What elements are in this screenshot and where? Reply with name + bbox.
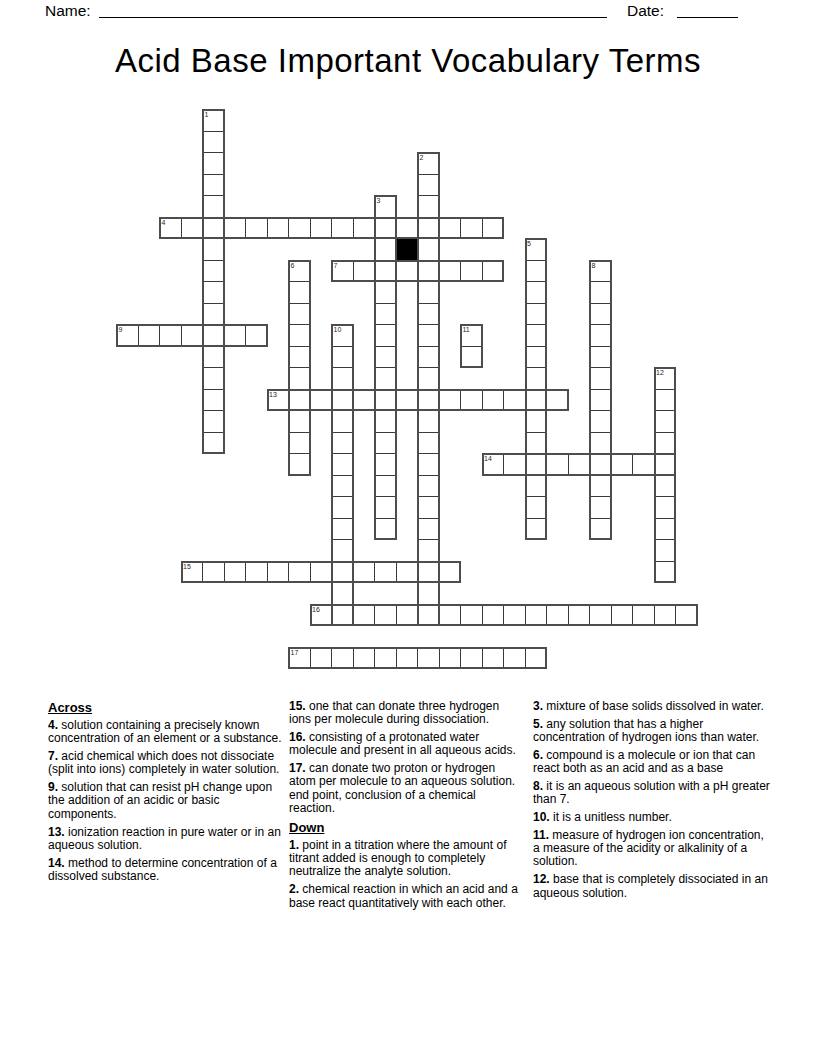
grid-cell[interactable]	[202, 281, 225, 304]
grid-cell[interactable]	[374, 389, 397, 412]
clue-10: 10. it is a unitless number.	[533, 811, 770, 824]
grid-cell[interactable]	[417, 281, 440, 304]
grid-cell[interactable]	[202, 367, 225, 390]
grid-cell[interactable]	[202, 389, 225, 412]
grid-cell[interactable]	[288, 260, 311, 283]
grid-cell[interactable]	[331, 475, 354, 498]
grid-cell[interactable]	[267, 389, 290, 412]
grid-cell[interactable]	[396, 217, 419, 240]
grid-cell[interactable]	[589, 496, 612, 519]
grid-cell[interactable]	[331, 453, 354, 476]
grid-cell[interactable]	[525, 346, 548, 369]
name-label: Name:	[45, 2, 91, 20]
grid-cell[interactable]	[396, 647, 419, 670]
grid-cell[interactable]	[288, 303, 311, 326]
grid-cell[interactable]	[353, 604, 376, 627]
grid-cell[interactable]	[654, 539, 677, 562]
clue-number: 10.	[533, 810, 550, 824]
grid-cell[interactable]	[288, 346, 311, 369]
grid-cell[interactable]	[589, 260, 612, 283]
grid-cell[interactable]	[224, 217, 247, 240]
grid-cell[interactable]	[525, 647, 548, 670]
grid-cell[interactable]	[417, 475, 440, 498]
grid-cell[interactable]	[525, 303, 548, 326]
grid-cell[interactable]	[589, 410, 612, 433]
grid-cell[interactable]	[288, 324, 311, 347]
grid-cell[interactable]	[503, 389, 526, 412]
grid-cell[interactable]	[417, 539, 440, 562]
grid-cell[interactable]	[525, 518, 548, 541]
grid-cell[interactable]	[589, 604, 612, 627]
clue-9: 9. solution that can resist pH change up…	[48, 781, 282, 821]
grid-cell[interactable]	[589, 367, 612, 390]
clue-16: 16. consisting of a protonated water mol…	[289, 731, 519, 758]
clues-column-middle: 15. one that can donate three hydrogen i…	[289, 700, 519, 914]
grid-cell[interactable]	[503, 453, 526, 476]
grid-cell[interactable]	[654, 389, 677, 412]
clue-number: 5.	[533, 717, 543, 731]
grid-cell[interactable]	[202, 195, 225, 218]
grid-cell[interactable]	[439, 260, 462, 283]
date-blank-line	[677, 17, 738, 18]
grid-cell[interactable]	[568, 604, 591, 627]
grid-cell[interactable]	[439, 217, 462, 240]
grid-cell[interactable]	[589, 324, 612, 347]
grid-cell[interactable]	[632, 604, 655, 627]
grid-cell[interactable]	[331, 367, 354, 390]
grid-cell[interactable]	[331, 432, 354, 455]
grid-cell[interactable]	[482, 604, 505, 627]
clue-1: 1. point in a titration where the amount…	[289, 839, 519, 879]
clue-14: 14. method to determine concentration of…	[48, 857, 282, 884]
grid-cell[interactable]	[589, 303, 612, 326]
grid-cell[interactable]	[331, 539, 354, 562]
grid-cell[interactable]	[525, 475, 548, 498]
grid-cell[interactable]	[374, 410, 397, 433]
grid-cell[interactable]	[224, 561, 247, 584]
grid-cell[interactable]	[331, 582, 354, 605]
grid-cell[interactable]	[482, 389, 505, 412]
grid-cell[interactable]	[331, 496, 354, 519]
clue-number: 3.	[533, 699, 543, 713]
clue-number: 16.	[289, 730, 306, 744]
clue-number: 11.	[533, 828, 549, 842]
grid-cell[interactable]	[654, 475, 677, 498]
grid-cell[interactable]	[503, 604, 526, 627]
grid-cell[interactable]	[417, 389, 440, 412]
grid-cell[interactable]	[288, 647, 311, 670]
grid-cell[interactable]	[310, 561, 333, 584]
grid-cell[interactable]	[374, 604, 397, 627]
grid-cell[interactable]	[417, 453, 440, 476]
grid-cell[interactable]	[202, 152, 225, 175]
grid-cell[interactable]	[589, 389, 612, 412]
grid-cell[interactable]	[374, 367, 397, 390]
grid-cell[interactable]	[331, 561, 354, 584]
grid-cell[interactable]	[611, 604, 634, 627]
grid-cell[interactable]	[374, 238, 397, 261]
clue-6: 6. compound is a molecule or ion that ca…	[533, 749, 770, 776]
grid-cell[interactable]	[417, 238, 440, 261]
grid-cell[interactable]	[417, 367, 440, 390]
clue-5: 5. any solution that has a higher concen…	[533, 718, 770, 745]
grid-cell[interactable]	[245, 324, 268, 347]
grid-cell[interactable]	[525, 324, 548, 347]
grid-cell[interactable]	[181, 561, 204, 584]
grid-cell[interactable]	[417, 561, 440, 584]
grid-cell[interactable]	[482, 217, 505, 240]
grid-cell[interactable]	[654, 432, 677, 455]
grid-cell[interactable]	[310, 389, 333, 412]
clue-8: 8. it is an aqueous solution with a pH g…	[533, 780, 770, 807]
grid-cell[interactable]	[417, 518, 440, 541]
grid-cell[interactable]	[439, 561, 462, 584]
clue-number: 17.	[289, 761, 306, 775]
grid-cell[interactable]	[138, 324, 161, 347]
grid-cell[interactable]	[589, 453, 612, 476]
clue-number: 12.	[533, 872, 550, 886]
grid-cell[interactable]	[525, 389, 548, 412]
grid-cell[interactable]	[589, 518, 612, 541]
grid-cell[interactable]	[417, 260, 440, 283]
grid-cell[interactable]	[654, 453, 677, 476]
grid-cell[interactable]	[417, 324, 440, 347]
grid-cell[interactable]	[675, 604, 698, 627]
grid-cell[interactable]	[331, 260, 354, 283]
grid-cell[interactable]	[417, 410, 440, 433]
grid-cell[interactable]	[654, 367, 677, 390]
clue-number: 6.	[533, 748, 543, 762]
grid-cell[interactable]	[331, 518, 354, 541]
grid-cell[interactable]	[654, 410, 677, 433]
grid-cell[interactable]	[482, 453, 505, 476]
clue-12: 12. base that is completely dissociated …	[533, 873, 770, 900]
grid-cell[interactable]	[417, 303, 440, 326]
page-title: Acid Base Important Vocabulary Terms	[0, 42, 816, 80]
grid-cell[interactable]	[331, 217, 354, 240]
grid-cell[interactable]	[374, 432, 397, 455]
grid-cell[interactable]	[267, 217, 290, 240]
clues-column-across: Across4. solution containing a precisely…	[48, 700, 282, 888]
grid-cell[interactable]	[353, 561, 376, 584]
grid-cell[interactable]	[331, 346, 354, 369]
grid-cell[interactable]	[525, 496, 548, 519]
grid-cell[interactable]	[374, 561, 397, 584]
grid-cell[interactable]	[417, 432, 440, 455]
grid-cell[interactable]	[417, 152, 440, 175]
clue-4: 4. solution containing a precisely known…	[48, 719, 282, 746]
clue-15: 15. one that can donate three hydrogen i…	[289, 700, 519, 727]
grid-cell[interactable]	[460, 389, 483, 412]
worksheet-page: Name: Date: Acid Base Important Vocabula…	[0, 0, 816, 1056]
black-cell	[396, 238, 419, 261]
grid-cell[interactable]	[439, 389, 462, 412]
grid-cell[interactable]	[288, 217, 311, 240]
grid-cell[interactable]	[202, 561, 225, 584]
name-blank-line	[99, 17, 607, 18]
grid-cell[interactable]	[331, 389, 354, 412]
grid-cell[interactable]	[374, 475, 397, 498]
clue-number: 4.	[48, 718, 58, 732]
grid-cell[interactable]	[525, 453, 548, 476]
grid-cell[interactable]	[396, 604, 419, 627]
grid-cell[interactable]	[288, 389, 311, 412]
grid-cell[interactable]	[439, 604, 462, 627]
grid-cell[interactable]	[288, 410, 311, 433]
crossword-grid: 1234567891011121314151617	[116, 109, 700, 671]
clue-2: 2. chemical reaction in which an acid an…	[289, 883, 519, 910]
grid-cell[interactable]	[267, 561, 290, 584]
grid-cell[interactable]	[417, 346, 440, 369]
grid-cell[interactable]	[460, 604, 483, 627]
grid-cell[interactable]	[374, 260, 397, 283]
grid-cell[interactable]	[417, 582, 440, 605]
grid-cell[interactable]	[654, 496, 677, 519]
grid-cell[interactable]	[460, 324, 483, 347]
clue-3: 3. mixture of base solids dissolved in w…	[533, 700, 770, 713]
grid-cell[interactable]	[202, 346, 225, 369]
grid-cell[interactable]	[374, 453, 397, 476]
clue-number: 2.	[289, 882, 299, 896]
grid-cell[interactable]	[116, 324, 139, 347]
grid-cell[interactable]	[568, 453, 591, 476]
grid-cell[interactable]	[374, 647, 397, 670]
grid-cell[interactable]	[589, 346, 612, 369]
grid-cell[interactable]	[525, 281, 548, 304]
clue-17: 17. can donate two proton or hydrogen at…	[289, 762, 519, 815]
grid-cell[interactable]	[202, 131, 225, 154]
grid-cell[interactable]	[460, 260, 483, 283]
grid-cell[interactable]	[159, 324, 182, 347]
grid-cell[interactable]	[374, 217, 397, 240]
grid-cell[interactable]	[546, 604, 569, 627]
grid-cell[interactable]	[417, 647, 440, 670]
grid-cell[interactable]	[288, 367, 311, 390]
clue-number: 15.	[289, 699, 306, 713]
grid-cell[interactable]	[353, 217, 376, 240]
grid-cell[interactable]	[525, 604, 548, 627]
grid-cell[interactable]	[181, 324, 204, 347]
grid-cell[interactable]	[202, 174, 225, 197]
grid-cell[interactable]	[288, 561, 311, 584]
clue-number: 14.	[48, 856, 65, 870]
grid-cell[interactable]	[460, 346, 483, 369]
grid-cell[interactable]	[288, 432, 311, 455]
grid-cell[interactable]	[288, 453, 311, 476]
grid-cell[interactable]	[632, 453, 655, 476]
grid-cell[interactable]	[202, 217, 225, 240]
grid-cell[interactable]	[374, 518, 397, 541]
grid-cell[interactable]	[331, 604, 354, 627]
clue-7: 7. acid chemical which does not dissocia…	[48, 750, 282, 777]
grid-cell[interactable]	[589, 432, 612, 455]
grid-cell[interactable]	[417, 195, 440, 218]
clue-13: 13. ionization reaction in pure water or…	[48, 826, 282, 853]
grid-cell[interactable]	[245, 217, 268, 240]
grid-cell[interactable]	[589, 281, 612, 304]
grid-cell[interactable]	[654, 561, 677, 584]
clue-number: 1.	[289, 838, 299, 852]
grid-cell[interactable]	[245, 561, 268, 584]
grid-cell[interactable]	[460, 647, 483, 670]
grid-cell[interactable]	[546, 453, 569, 476]
grid-cell[interactable]	[288, 281, 311, 304]
grid-cell[interactable]	[353, 389, 376, 412]
grid-cell[interactable]	[202, 324, 225, 347]
grid-cell[interactable]	[589, 475, 612, 498]
grid-cell[interactable]	[331, 324, 354, 347]
grid-cell[interactable]	[417, 217, 440, 240]
grid-cell[interactable]	[654, 518, 677, 541]
grid-cell[interactable]	[374, 303, 397, 326]
grid-cell[interactable]	[374, 324, 397, 347]
grid-cell[interactable]	[525, 238, 548, 261]
grid-cell[interactable]	[417, 604, 440, 627]
grid-cell[interactable]	[310, 217, 333, 240]
grid-cell[interactable]	[353, 647, 376, 670]
grid-cell[interactable]	[202, 238, 225, 261]
grid-cell[interactable]	[439, 647, 462, 670]
grid-cell[interactable]	[159, 217, 182, 240]
grid-cell[interactable]	[353, 260, 376, 283]
grid-cell[interactable]	[374, 346, 397, 369]
grid-cell[interactable]	[374, 496, 397, 519]
grid-cell[interactable]	[202, 260, 225, 283]
grid-cell[interactable]	[374, 195, 397, 218]
grid-cell[interactable]	[396, 561, 419, 584]
grid-cell[interactable]	[611, 453, 634, 476]
grid-cell[interactable]	[374, 281, 397, 304]
grid-cell[interactable]	[202, 410, 225, 433]
clue-list-header-across: Across	[48, 700, 282, 715]
grid-cell[interactable]	[525, 260, 548, 283]
clue-list-header-down: Down	[289, 820, 519, 835]
grid-cell[interactable]	[482, 647, 505, 670]
grid-cell[interactable]	[310, 604, 333, 627]
grid-cell[interactable]	[202, 109, 225, 132]
grid-cell[interactable]	[224, 324, 247, 347]
grid-cell[interactable]	[525, 432, 548, 455]
grid-cell[interactable]	[417, 496, 440, 519]
grid-cell[interactable]	[310, 647, 333, 670]
grid-cell[interactable]	[503, 647, 526, 670]
grid-cell[interactable]	[181, 217, 204, 240]
grid-cell[interactable]	[331, 647, 354, 670]
grid-cell[interactable]	[396, 260, 419, 283]
grid-cell[interactable]	[525, 367, 548, 390]
clue-number: 7.	[48, 749, 58, 763]
clue-number: 13.	[48, 825, 65, 839]
clue-11: 11. measure of hydrogen ion concentratio…	[533, 829, 770, 869]
grid-cell[interactable]	[525, 410, 548, 433]
grid-cell[interactable]	[202, 303, 225, 326]
grid-cell[interactable]	[202, 432, 225, 455]
grid-cell[interactable]	[331, 410, 354, 433]
clue-number: 8.	[533, 779, 543, 793]
date-label: Date:	[627, 2, 664, 20]
grid-cell[interactable]	[546, 389, 569, 412]
grid-cell[interactable]	[460, 217, 483, 240]
clue-number: 9.	[48, 780, 58, 794]
grid-cell[interactable]	[654, 604, 677, 627]
grid-cell[interactable]	[396, 389, 419, 412]
clues-column-down: 3. mixture of base solids dissolved in w…	[533, 700, 770, 904]
grid-cell[interactable]	[482, 260, 505, 283]
grid-cell[interactable]	[417, 174, 440, 197]
